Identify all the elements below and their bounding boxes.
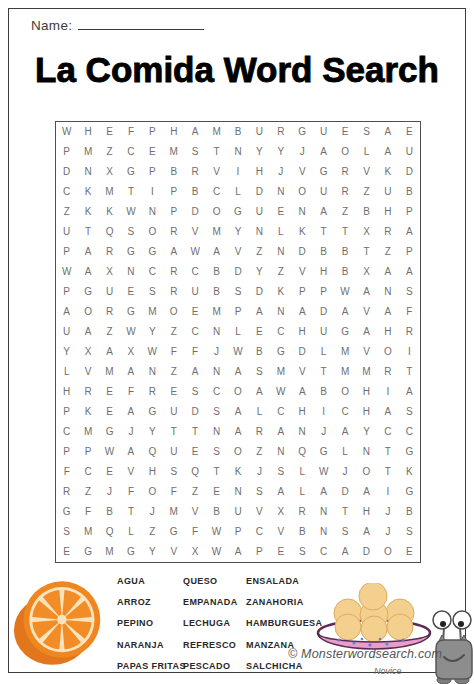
grid-cell-r2-c12[interactable]: J	[292, 142, 313, 162]
grid-cell-r14-c12[interactable]: A	[292, 382, 313, 402]
grid-cell-r11-c16[interactable]: H	[377, 322, 398, 342]
grid-cell-r7-c4[interactable]: G	[120, 242, 141, 262]
grid-cell-r2-c14[interactable]: O	[334, 142, 355, 162]
grid-cell-r7-c10[interactable]: Z	[249, 242, 270, 262]
grid-cell-r4-c9[interactable]: L	[227, 182, 248, 202]
grid-cell-r3-c14[interactable]: R	[334, 162, 355, 182]
grid-cell-r8-c13[interactable]: H	[313, 262, 334, 282]
grid-cell-r4-c8[interactable]: C	[206, 182, 227, 202]
grid-cell-r7-c8[interactable]: A	[206, 242, 227, 262]
grid-cell-r10-c9[interactable]: P	[227, 302, 248, 322]
grid-cell-r16-c13[interactable]: J	[313, 422, 334, 442]
grid-cell-r3-c7[interactable]: R	[184, 162, 205, 182]
grid-cell-r5-c13[interactable]: A	[313, 202, 334, 222]
grid-cell-r8-c17[interactable]: A	[399, 262, 420, 282]
grid-cell-r3-c2[interactable]: N	[77, 162, 98, 182]
grid-cell-r6-c12[interactable]: K	[292, 222, 313, 242]
grid-cell-r18-c15[interactable]: O	[356, 462, 377, 482]
grid-cell-r1-c16[interactable]: A	[377, 122, 398, 142]
grid-cell-r20-c11[interactable]: X	[270, 502, 291, 522]
grid-cell-r20-c1[interactable]: G	[56, 502, 77, 522]
grid-cell-r2-c1[interactable]: P	[56, 142, 77, 162]
grid-cell-r12-c15[interactable]: V	[356, 342, 377, 362]
grid-cell-r18-c5[interactable]: H	[142, 462, 163, 482]
grid-cell-r20-c3[interactable]: B	[99, 502, 120, 522]
grid-cell-r3-c13[interactable]: G	[313, 162, 334, 182]
grid-cell-r2-c15[interactable]: L	[356, 142, 377, 162]
grid-cell-r20-c13[interactable]: N	[313, 502, 334, 522]
grid-cell-r12-c10[interactable]: B	[249, 342, 270, 362]
grid-cell-r10-c16[interactable]: A	[377, 302, 398, 322]
grid-cell-r15-c12[interactable]: H	[292, 402, 313, 422]
grid-cell-r15-c16[interactable]: A	[377, 402, 398, 422]
grid-cell-r4-c11[interactable]: N	[270, 182, 291, 202]
grid-cell-r17-c7[interactable]: E	[184, 442, 205, 462]
grid-cell-r21-c1[interactable]: S	[56, 522, 77, 542]
grid-cell-r6-c9[interactable]: Y	[227, 222, 248, 242]
grid-cell-r19-c2[interactable]: Z	[77, 482, 98, 502]
grid-cell-r21-c13[interactable]: N	[313, 522, 334, 542]
grid-cell-r3-c16[interactable]: K	[377, 162, 398, 182]
grid-cell-r3-c10[interactable]: H	[249, 162, 270, 182]
name-input-line[interactable]	[78, 17, 204, 30]
grid-cell-r5-c12[interactable]: N	[292, 202, 313, 222]
grid-cell-r16-c11[interactable]: A	[270, 422, 291, 442]
grid-cell-r16-c3[interactable]: G	[99, 422, 120, 442]
grid-cell-r18-c9[interactable]: K	[227, 462, 248, 482]
grid-cell-r17-c17[interactable]: G	[399, 442, 420, 462]
grid-cell-r21-c14[interactable]: S	[334, 522, 355, 542]
grid-cell-r20-c10[interactable]: V	[249, 502, 270, 522]
grid-cell-r11-c1[interactable]: U	[56, 322, 77, 342]
grid-cell-r8-c1[interactable]: W	[56, 262, 77, 282]
grid-cell-r10-c5[interactable]: M	[142, 302, 163, 322]
grid-cell-r19-c8[interactable]: E	[206, 482, 227, 502]
grid-cell-r6-c15[interactable]: X	[356, 222, 377, 242]
grid-cell-r2-c5[interactable]: E	[142, 142, 163, 162]
grid-cell-r8-c16[interactable]: A	[377, 262, 398, 282]
grid-cell-r12-c1[interactable]: Y	[56, 342, 77, 362]
grid-cell-r17-c12[interactable]: Q	[292, 442, 313, 462]
grid-cell-r18-c11[interactable]: S	[270, 462, 291, 482]
grid-cell-r1-c5[interactable]: P	[142, 122, 163, 142]
grid-cell-r13-c6[interactable]: Z	[163, 362, 184, 382]
grid-cell-r9-c1[interactable]: P	[56, 282, 77, 302]
grid-cell-r5-c4[interactable]: W	[120, 202, 141, 222]
grid-cell-r11-c7[interactable]: C	[184, 322, 205, 342]
grid-cell-r4-c4[interactable]: T	[120, 182, 141, 202]
grid-cell-r18-c16[interactable]: T	[377, 462, 398, 482]
grid-cell-r18-c6[interactable]: S	[163, 462, 184, 482]
grid-cell-r7-c5[interactable]: G	[142, 242, 163, 262]
grid-cell-r19-c17[interactable]: G	[399, 482, 420, 502]
grid-cell-r15-c7[interactable]: D	[184, 402, 205, 422]
grid-cell-r13-c3[interactable]: M	[99, 362, 120, 382]
grid-cell-r8-c11[interactable]: Z	[270, 262, 291, 282]
grid-cell-r1-c7[interactable]: A	[184, 122, 205, 142]
grid-cell-r17-c10[interactable]: Z	[249, 442, 270, 462]
grid-cell-r6-c3[interactable]: Q	[99, 222, 120, 242]
grid-cell-r13-c16[interactable]: R	[377, 362, 398, 382]
grid-cell-r3-c8[interactable]: V	[206, 162, 227, 182]
grid-cell-r13-c13[interactable]: T	[313, 362, 334, 382]
grid-cell-r18-c10[interactable]: J	[249, 462, 270, 482]
grid-cell-r1-c2[interactable]: H	[77, 122, 98, 142]
grid-cell-r2-c3[interactable]: Z	[99, 142, 120, 162]
grid-cell-r17-c9[interactable]: O	[227, 442, 248, 462]
grid-cell-r19-c5[interactable]: O	[142, 482, 163, 502]
grid-cell-r5-c8[interactable]: O	[206, 202, 227, 222]
grid-cell-r15-c4[interactable]: A	[120, 402, 141, 422]
grid-cell-r13-c17[interactable]: T	[399, 362, 420, 382]
grid-cell-r18-c1[interactable]: F	[56, 462, 77, 482]
grid-cell-r9-c9[interactable]: S	[227, 282, 248, 302]
grid-cell-r9-c11[interactable]: K	[270, 282, 291, 302]
grid-cell-r3-c4[interactable]: G	[120, 162, 141, 182]
grid-cell-r17-c5[interactable]: Q	[142, 442, 163, 462]
grid-cell-r8-c14[interactable]: B	[334, 262, 355, 282]
grid-cell-r2-c7[interactable]: S	[184, 142, 205, 162]
grid-cell-r1-c17[interactable]: E	[399, 122, 420, 142]
grid-cell-r21-c4[interactable]: L	[120, 522, 141, 542]
grid-cell-r20-c8[interactable]: B	[206, 502, 227, 522]
grid-cell-r9-c5[interactable]: S	[142, 282, 163, 302]
grid-cell-r5-c17[interactable]: P	[399, 202, 420, 222]
grid-cell-r1-c14[interactable]: E	[334, 122, 355, 142]
grid-cell-r15-c8[interactable]: S	[206, 402, 227, 422]
grid-cell-r11-c13[interactable]: U	[313, 322, 334, 342]
grid-cell-r14-c4[interactable]: F	[120, 382, 141, 402]
grid-cell-r1-c11[interactable]: R	[270, 122, 291, 142]
grid-cell-r13-c11[interactable]: M	[270, 362, 291, 382]
grid-cell-r22-c6[interactable]: V	[163, 542, 184, 562]
grid-cell-r14-c17[interactable]: A	[399, 382, 420, 402]
grid-cell-r20-c14[interactable]: T	[334, 502, 355, 522]
grid-cell-r15-c6[interactable]: U	[163, 402, 184, 422]
grid-cell-r12-c3[interactable]: A	[99, 342, 120, 362]
grid-cell-r8-c10[interactable]: Y	[249, 262, 270, 282]
grid-cell-r11-c17[interactable]: R	[399, 322, 420, 342]
grid-cell-r16-c12[interactable]: N	[292, 422, 313, 442]
grid-cell-r21-c15[interactable]: A	[356, 522, 377, 542]
grid-cell-r7-c15[interactable]: T	[356, 242, 377, 262]
grid-cell-r1-c13[interactable]: U	[313, 122, 334, 142]
grid-cell-r20-c2[interactable]: F	[77, 502, 98, 522]
grid-cell-r14-c1[interactable]: H	[56, 382, 77, 402]
grid-cell-r10-c15[interactable]: V	[356, 302, 377, 322]
grid-cell-r10-c10[interactable]: A	[249, 302, 270, 322]
grid-cell-r11-c10[interactable]: E	[249, 322, 270, 342]
grid-cell-r1-c8[interactable]: M	[206, 122, 227, 142]
grid-cell-r12-c16[interactable]: O	[377, 342, 398, 362]
grid-cell-r16-c4[interactable]: J	[120, 422, 141, 442]
grid-cell-r7-c1[interactable]: P	[56, 242, 77, 262]
grid-cell-r4-c5[interactable]: I	[142, 182, 163, 202]
grid-cell-r8-c3[interactable]: X	[99, 262, 120, 282]
grid-cell-r19-c7[interactable]: Z	[184, 482, 205, 502]
grid-cell-r12-c5[interactable]: W	[142, 342, 163, 362]
grid-cell-r1-c4[interactable]: F	[120, 122, 141, 142]
grid-cell-r14-c3[interactable]: E	[99, 382, 120, 402]
grid-cell-r4-c2[interactable]: K	[77, 182, 98, 202]
grid-cell-r6-c8[interactable]: M	[206, 222, 227, 242]
grid-cell-r5-c14[interactable]: Z	[334, 202, 355, 222]
grid-cell-r15-c9[interactable]: A	[227, 402, 248, 422]
grid-cell-r16-c16[interactable]: C	[377, 422, 398, 442]
grid-cell-r22-c8[interactable]: W	[206, 542, 227, 562]
grid-cell-r14-c14[interactable]: O	[334, 382, 355, 402]
grid-cell-r16-c10[interactable]: R	[249, 422, 270, 442]
grid-cell-r19-c3[interactable]: J	[99, 482, 120, 502]
grid-cell-r22-c15[interactable]: D	[356, 542, 377, 562]
grid-cell-r8-c15[interactable]: X	[356, 262, 377, 282]
grid-cell-r20-c12[interactable]: R	[292, 502, 313, 522]
grid-cell-r5-c1[interactable]: Z	[56, 202, 77, 222]
grid-cell-r5-c15[interactable]: B	[356, 202, 377, 222]
grid-cell-r10-c3[interactable]: R	[99, 302, 120, 322]
grid-cell-r6-c13[interactable]: T	[313, 222, 334, 242]
grid-cell-r7-c2[interactable]: A	[77, 242, 98, 262]
grid-cell-r19-c11[interactable]: A	[270, 482, 291, 502]
grid-cell-r4-c12[interactable]: O	[292, 182, 313, 202]
grid-cell-r4-c7[interactable]: B	[184, 182, 205, 202]
grid-cell-r16-c5[interactable]: Y	[142, 422, 163, 442]
grid-cell-r10-c12[interactable]: A	[292, 302, 313, 322]
grid-cell-r15-c15[interactable]: H	[356, 402, 377, 422]
grid-cell-r4-c6[interactable]: P	[163, 182, 184, 202]
grid-cell-r2-c8[interactable]: T	[206, 142, 227, 162]
grid-cell-r9-c7[interactable]: U	[184, 282, 205, 302]
grid-cell-r2-c17[interactable]: U	[399, 142, 420, 162]
grid-cell-r18-c12[interactable]: L	[292, 462, 313, 482]
grid-cell-r8-c4[interactable]: N	[120, 262, 141, 282]
grid-cell-r8-c12[interactable]: V	[292, 262, 313, 282]
grid-cell-r7-c6[interactable]: A	[163, 242, 184, 262]
grid-cell-r4-c16[interactable]: U	[377, 182, 398, 202]
grid-cell-r2-c11[interactable]: Y	[270, 142, 291, 162]
grid-cell-r14-c6[interactable]: E	[163, 382, 184, 402]
grid-cell-r6-c4[interactable]: S	[120, 222, 141, 242]
grid-cell-r8-c7[interactable]: C	[184, 262, 205, 282]
grid-cell-r10-c7[interactable]: E	[184, 302, 205, 322]
grid-cell-r17-c2[interactable]: P	[77, 442, 98, 462]
grid-cell-r3-c12[interactable]: V	[292, 162, 313, 182]
grid-cell-r12-c12[interactable]: D	[292, 342, 313, 362]
grid-cell-r14-c8[interactable]: C	[206, 382, 227, 402]
grid-cell-r13-c4[interactable]: A	[120, 362, 141, 382]
grid-cell-r22-c12[interactable]: S	[292, 542, 313, 562]
grid-cell-r17-c1[interactable]: P	[56, 442, 77, 462]
grid-cell-r18-c17[interactable]: K	[399, 462, 420, 482]
grid-cell-r14-c13[interactable]: B	[313, 382, 334, 402]
grid-cell-r6-c11[interactable]: L	[270, 222, 291, 242]
grid-cell-r15-c1[interactable]: P	[56, 402, 77, 422]
grid-cell-r20-c15[interactable]: H	[356, 502, 377, 522]
grid-cell-r21-c2[interactable]: M	[77, 522, 98, 542]
grid-cell-r2-c10[interactable]: Y	[249, 142, 270, 162]
grid-cell-r4-c1[interactable]: C	[56, 182, 77, 202]
grid-cell-r21-c16[interactable]: J	[377, 522, 398, 542]
grid-cell-r8-c9[interactable]: D	[227, 262, 248, 282]
grid-cell-r7-c9[interactable]: V	[227, 242, 248, 262]
grid-cell-r22-c1[interactable]: E	[56, 542, 77, 562]
grid-cell-r10-c8[interactable]: M	[206, 302, 227, 322]
grid-cell-r20-c17[interactable]: B	[399, 502, 420, 522]
grid-cell-r16-c9[interactable]: A	[227, 422, 248, 442]
grid-cell-r19-c1[interactable]: R	[56, 482, 77, 502]
grid-cell-r6-c10[interactable]: N	[249, 222, 270, 242]
grid-cell-r6-c2[interactable]: T	[77, 222, 98, 242]
grid-cell-r6-c7[interactable]: V	[184, 222, 205, 242]
grid-cell-r13-c5[interactable]: N	[142, 362, 163, 382]
grid-cell-r12-c13[interactable]: L	[313, 342, 334, 362]
grid-cell-r11-c6[interactable]: Z	[163, 322, 184, 342]
grid-cell-r9-c12[interactable]: P	[292, 282, 313, 302]
grid-cell-r11-c9[interactable]: L	[227, 322, 248, 342]
grid-cell-r5-c5[interactable]: N	[142, 202, 163, 222]
grid-cell-r13-c1[interactable]: L	[56, 362, 77, 382]
grid-cell-r3-c9[interactable]: I	[227, 162, 248, 182]
grid-cell-r17-c13[interactable]: G	[313, 442, 334, 462]
grid-cell-r21-c17[interactable]: S	[399, 522, 420, 542]
grid-cell-r17-c6[interactable]: U	[163, 442, 184, 462]
grid-cell-r2-c16[interactable]: A	[377, 142, 398, 162]
grid-cell-r22-c3[interactable]: M	[99, 542, 120, 562]
grid-cell-r16-c6[interactable]: T	[163, 422, 184, 442]
grid-cell-r20-c9[interactable]: U	[227, 502, 248, 522]
grid-cell-r6-c14[interactable]: T	[334, 222, 355, 242]
grid-cell-r15-c10[interactable]: L	[249, 402, 270, 422]
grid-cell-r9-c13[interactable]: P	[313, 282, 334, 302]
grid-cell-r20-c4[interactable]: T	[120, 502, 141, 522]
grid-cell-r7-c16[interactable]: Z	[377, 242, 398, 262]
grid-cell-r16-c7[interactable]: T	[184, 422, 205, 442]
grid-cell-r6-c5[interactable]: O	[142, 222, 163, 242]
grid-cell-r15-c13[interactable]: I	[313, 402, 334, 422]
grid-cell-r22-c7[interactable]: X	[184, 542, 205, 562]
grid-cell-r17-c16[interactable]: T	[377, 442, 398, 462]
grid-cell-r11-c5[interactable]: Y	[142, 322, 163, 342]
grid-cell-r1-c9[interactable]: B	[227, 122, 248, 142]
grid-cell-r17-c8[interactable]: S	[206, 442, 227, 462]
grid-cell-r14-c5[interactable]: R	[142, 382, 163, 402]
grid-cell-r17-c11[interactable]: N	[270, 442, 291, 462]
grid-cell-r21-c6[interactable]: G	[163, 522, 184, 542]
grid-cell-r12-c17[interactable]: I	[399, 342, 420, 362]
grid-cell-r9-c16[interactable]: N	[377, 282, 398, 302]
grid-cell-r22-c9[interactable]: A	[227, 542, 248, 562]
grid-cell-r11-c2[interactable]: A	[77, 322, 98, 342]
grid-cell-r22-c4[interactable]: G	[120, 542, 141, 562]
grid-cell-r16-c17[interactable]: C	[399, 422, 420, 442]
grid-cell-r7-c3[interactable]: R	[99, 242, 120, 262]
grid-cell-r7-c17[interactable]: P	[399, 242, 420, 262]
grid-cell-r20-c5[interactable]: J	[142, 502, 163, 522]
grid-cell-r21-c9[interactable]: P	[227, 522, 248, 542]
grid-cell-r9-c2[interactable]: G	[77, 282, 98, 302]
grid-cell-r4-c10[interactable]: D	[249, 182, 270, 202]
grid-cell-r17-c15[interactable]: N	[356, 442, 377, 462]
grid-cell-r4-c14[interactable]: R	[334, 182, 355, 202]
grid-cell-r20-c6[interactable]: M	[163, 502, 184, 522]
grid-cell-r1-c15[interactable]: S	[356, 122, 377, 142]
grid-cell-r14-c16[interactable]: I	[377, 382, 398, 402]
grid-cell-r19-c6[interactable]: F	[163, 482, 184, 502]
grid-cell-r19-c16[interactable]: I	[377, 482, 398, 502]
grid-cell-r11-c8[interactable]: N	[206, 322, 227, 342]
grid-cell-r13-c9[interactable]: A	[227, 362, 248, 382]
grid-cell-r12-c6[interactable]: F	[163, 342, 184, 362]
grid-cell-r17-c14[interactable]: L	[334, 442, 355, 462]
grid-cell-r5-c3[interactable]: K	[99, 202, 120, 222]
grid-cell-r5-c6[interactable]: P	[163, 202, 184, 222]
grid-cell-r8-c2[interactable]: A	[77, 262, 98, 282]
grid-cell-r18-c3[interactable]: E	[99, 462, 120, 482]
grid-cell-r18-c13[interactable]: W	[313, 462, 334, 482]
grid-cell-r2-c13[interactable]: A	[313, 142, 334, 162]
grid-cell-r11-c3[interactable]: Z	[99, 322, 120, 342]
grid-cell-r22-c16[interactable]: O	[377, 542, 398, 562]
grid-cell-r4-c13[interactable]: U	[313, 182, 334, 202]
grid-cell-r21-c10[interactable]: C	[249, 522, 270, 542]
grid-cell-r10-c17[interactable]: F	[399, 302, 420, 322]
grid-cell-r9-c6[interactable]: R	[163, 282, 184, 302]
grid-cell-r11-c14[interactable]: G	[334, 322, 355, 342]
grid-cell-r4-c17[interactable]: B	[399, 182, 420, 202]
grid-cell-r15-c3[interactable]: E	[99, 402, 120, 422]
grid-cell-r21-c12[interactable]: B	[292, 522, 313, 542]
grid-cell-r10-c2[interactable]: O	[77, 302, 98, 322]
grid-cell-r1-c10[interactable]: U	[249, 122, 270, 142]
grid-cell-r6-c6[interactable]: R	[163, 222, 184, 242]
grid-cell-r18-c8[interactable]: T	[206, 462, 227, 482]
grid-cell-r2-c6[interactable]: M	[163, 142, 184, 162]
grid-cell-r5-c7[interactable]: D	[184, 202, 205, 222]
grid-cell-r10-c1[interactable]: A	[56, 302, 77, 322]
grid-cell-r10-c14[interactable]: A	[334, 302, 355, 322]
grid-cell-r2-c2[interactable]: M	[77, 142, 98, 162]
grid-cell-r12-c2[interactable]: X	[77, 342, 98, 362]
grid-cell-r3-c5[interactable]: P	[142, 162, 163, 182]
grid-cell-r22-c5[interactable]: Y	[142, 542, 163, 562]
grid-cell-r16-c15[interactable]: Y	[356, 422, 377, 442]
grid-cell-r16-c8[interactable]: N	[206, 422, 227, 442]
grid-cell-r15-c2[interactable]: K	[77, 402, 98, 422]
grid-cell-r20-c7[interactable]: V	[184, 502, 205, 522]
grid-cell-r11-c12[interactable]: H	[292, 322, 313, 342]
grid-cell-r11-c11[interactable]: C	[270, 322, 291, 342]
grid-cell-r21-c3[interactable]: Q	[99, 522, 120, 542]
grid-cell-r1-c12[interactable]: G	[292, 122, 313, 142]
grid-cell-r1-c6[interactable]: H	[163, 122, 184, 142]
grid-cell-r18-c7[interactable]: Q	[184, 462, 205, 482]
grid-cell-r14-c2[interactable]: R	[77, 382, 98, 402]
grid-cell-r12-c11[interactable]: G	[270, 342, 291, 362]
grid-cell-r2-c9[interactable]: N	[227, 142, 248, 162]
grid-cell-r14-c15[interactable]: H	[356, 382, 377, 402]
grid-cell-r2-c4[interactable]: C	[120, 142, 141, 162]
grid-cell-r10-c11[interactable]: N	[270, 302, 291, 322]
grid-cell-r6-c1[interactable]: U	[56, 222, 77, 242]
grid-cell-r9-c14[interactable]: W	[334, 282, 355, 302]
grid-cell-r21-c5[interactable]: Z	[142, 522, 163, 542]
grid-cell-r7-c13[interactable]: B	[313, 242, 334, 262]
grid-cell-r19-c15[interactable]: A	[356, 482, 377, 502]
grid-cell-r8-c6[interactable]: R	[163, 262, 184, 282]
grid-cell-r10-c4[interactable]: G	[120, 302, 141, 322]
grid-cell-r3-c1[interactable]: D	[56, 162, 77, 182]
grid-cell-r18-c2[interactable]: C	[77, 462, 98, 482]
